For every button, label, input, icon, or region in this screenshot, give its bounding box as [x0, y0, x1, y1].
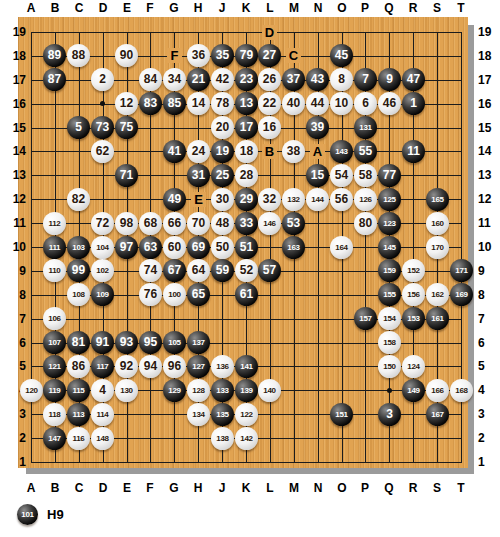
stone-J12: 30: [211, 188, 234, 211]
stone-H9: 64: [187, 259, 210, 282]
stone-F5: 94: [139, 355, 162, 378]
coord-label-left: 15: [1, 121, 26, 135]
stone-J15: 20: [211, 116, 234, 139]
stone-P13: 58: [354, 164, 377, 187]
stone-G6: 105: [163, 331, 186, 354]
stone-D11: 72: [91, 212, 114, 235]
coord-label-bottom: Q: [379, 481, 399, 495]
coord-label-right: 5: [478, 359, 485, 373]
stone-G16: 85: [163, 92, 186, 115]
stone-P15: 131: [354, 116, 377, 139]
stone-K4: 139: [235, 379, 258, 402]
stone-S3: 167: [426, 403, 449, 426]
coord-label-right: 16: [478, 97, 491, 111]
stone-D5: 117: [91, 355, 114, 378]
coord-label-bottom: R: [403, 481, 423, 495]
stone-C9: 99: [67, 259, 90, 282]
stone-H17: 21: [187, 68, 210, 91]
stone-D10: 104: [91, 236, 114, 259]
coord-label-left: 7: [1, 312, 26, 326]
coord-label-top: G: [164, 1, 184, 15]
coord-label-top: P: [355, 1, 375, 15]
stone-J2: 138: [211, 427, 234, 450]
stone-T4: 168: [450, 379, 473, 402]
stone-S7: 161: [426, 307, 449, 330]
stone-D9: 102: [91, 259, 114, 282]
coord-label-right: 3: [478, 407, 485, 421]
grid-line-horizontal: [31, 462, 462, 463]
stone-R7: 153: [402, 307, 425, 330]
caption-move-stone: 101: [17, 504, 38, 525]
stone-Q11: 123: [378, 212, 401, 235]
stone-B17: 87: [43, 68, 66, 91]
stone-G11: 66: [163, 212, 186, 235]
coord-label-left: 8: [1, 288, 26, 302]
stone-S10: 170: [426, 236, 449, 259]
coord-label-left: 18: [1, 49, 26, 63]
stone-Q7: 154: [378, 307, 401, 330]
stone-D3: 114: [91, 403, 114, 426]
stone-L17: 26: [258, 68, 281, 91]
coord-label-right: 2: [478, 431, 485, 445]
stone-H8: 65: [187, 283, 210, 306]
coord-label-bottom: P: [355, 481, 375, 495]
coord-label-bottom: K: [236, 481, 256, 495]
board-layer: AABBCCDDEEFFGGHHJJKKLLMMNNOOPPQQRRSSTT19…: [0, 0, 500, 537]
coord-label-right: 18: [478, 49, 491, 63]
coord-label-bottom: O: [332, 481, 352, 495]
stone-Q5: 150: [378, 355, 401, 378]
coord-label-right: 14: [478, 144, 491, 158]
stone-N13: 15: [306, 164, 329, 187]
stone-F17: 84: [139, 68, 162, 91]
stone-M12: 132: [282, 188, 305, 211]
stone-A4: 120: [20, 379, 43, 402]
coord-label-top: K: [236, 1, 256, 15]
coord-label-top: T: [451, 1, 471, 15]
stone-K16: 13: [235, 92, 258, 115]
stone-J16: 78: [211, 92, 234, 115]
coord-label-left: 11: [1, 216, 26, 230]
stone-C12: 82: [67, 188, 90, 211]
coord-label-left: 5: [1, 359, 26, 373]
stone-D8: 109: [91, 283, 114, 306]
stone-Q12: 125: [378, 188, 401, 211]
stone-D17: 2: [91, 68, 114, 91]
letter-marker-F: F: [167, 48, 182, 63]
coord-label-right: 7: [478, 312, 485, 326]
coord-label-top: N: [308, 1, 328, 15]
stone-D4: 4: [91, 379, 114, 402]
stone-G10: 60: [163, 236, 186, 259]
stone-L4: 140: [258, 379, 281, 402]
stone-F9: 74: [139, 259, 162, 282]
coord-label-left: 9: [1, 264, 26, 278]
caption: 101 H9: [17, 503, 64, 525]
stone-O13: 54: [330, 164, 353, 187]
stone-O10: 164: [330, 236, 353, 259]
stone-R8: 156: [402, 283, 425, 306]
stone-K10: 51: [235, 236, 258, 259]
stone-B10: 111: [43, 236, 66, 259]
letter-marker-B: B: [262, 144, 277, 159]
coord-label-left: 6: [1, 336, 26, 350]
coord-label-bottom: T: [451, 481, 471, 495]
stone-O3: 151: [330, 403, 353, 426]
stone-P11: 80: [354, 212, 377, 235]
stone-C4: 115: [67, 379, 90, 402]
coord-label-top: O: [332, 1, 352, 15]
stone-P17: 7: [354, 68, 377, 91]
stone-K9: 52: [235, 259, 258, 282]
stone-H6: 137: [187, 331, 210, 354]
coord-label-right: 9: [478, 264, 485, 278]
coord-label-right: 11: [478, 216, 491, 230]
stone-J18: 35: [211, 44, 234, 67]
stone-O12: 56: [330, 188, 353, 211]
coord-label-right: 12: [478, 192, 491, 206]
coord-label-bottom: H: [188, 481, 208, 495]
coord-label-bottom: D: [93, 481, 113, 495]
coord-label-top: S: [427, 1, 447, 15]
coord-label-top: H: [188, 1, 208, 15]
coord-label-left: 10: [1, 240, 26, 254]
stone-B4: 119: [43, 379, 66, 402]
stone-B5: 121: [43, 355, 66, 378]
coord-label-left: 3: [1, 407, 26, 421]
stone-H13: 31: [187, 164, 210, 187]
stone-F11: 68: [139, 212, 162, 235]
stone-K11: 33: [235, 212, 258, 235]
stone-M17: 37: [282, 68, 305, 91]
stone-R4: 149: [402, 379, 425, 402]
stone-P14: 55: [354, 140, 377, 163]
stone-E6: 93: [115, 331, 138, 354]
stone-T9: 171: [450, 259, 473, 282]
coord-label-bottom: S: [427, 481, 447, 495]
stone-G8: 100: [163, 283, 186, 306]
stone-Q8: 155: [378, 283, 401, 306]
stone-J3: 135: [211, 403, 234, 426]
stone-Q9: 159: [378, 259, 401, 282]
stone-N16: 44: [306, 92, 329, 115]
stone-K12: 29: [235, 188, 258, 211]
stone-K15: 17: [235, 116, 258, 139]
stone-M11: 53: [282, 212, 305, 235]
stone-E18: 90: [115, 44, 138, 67]
stone-B11: 112: [43, 212, 66, 235]
stone-G9: 67: [163, 259, 186, 282]
coord-label-top: E: [117, 1, 137, 15]
stone-Q13: 77: [378, 164, 401, 187]
stone-D15: 73: [91, 116, 114, 139]
stone-H5: 127: [187, 355, 210, 378]
coord-label-right: 1: [478, 455, 485, 469]
coord-label-right: 8: [478, 288, 485, 302]
coord-label-right: 4: [478, 383, 485, 397]
stone-H11: 70: [187, 212, 210, 235]
stone-E13: 71: [115, 164, 138, 187]
stone-P7: 157: [354, 307, 377, 330]
coord-label-bottom: F: [140, 481, 160, 495]
coord-label-top: J: [212, 1, 232, 15]
stone-G12: 49: [163, 188, 186, 211]
stone-N12: 144: [306, 188, 329, 211]
stone-P12: 126: [354, 188, 377, 211]
stone-L9: 57: [258, 259, 281, 282]
stone-R16: 1: [402, 92, 425, 115]
stone-E5: 92: [115, 355, 138, 378]
stone-B9: 110: [43, 259, 66, 282]
stone-D2: 148: [91, 427, 114, 450]
stone-G14: 41: [163, 140, 186, 163]
coord-label-left: 14: [1, 144, 26, 158]
coord-label-left: 2: [1, 431, 26, 445]
stone-H10: 69: [187, 236, 210, 259]
coord-label-bottom: L: [260, 481, 280, 495]
stone-J5: 136: [211, 355, 234, 378]
stone-S11: 160: [426, 212, 449, 235]
stone-C6: 81: [67, 331, 90, 354]
stone-Q6: 158: [378, 331, 401, 354]
stone-D6: 91: [91, 331, 114, 354]
stone-E15: 75: [115, 116, 138, 139]
stone-L15: 16: [258, 116, 281, 139]
coord-label-left: 16: [1, 97, 26, 111]
stone-B18: 89: [43, 44, 66, 67]
stone-L18: 27: [258, 44, 281, 67]
stone-K17: 23: [235, 68, 258, 91]
stone-B3: 118: [43, 403, 66, 426]
stone-E10: 97: [115, 236, 138, 259]
stone-K5: 141: [235, 355, 258, 378]
stone-B6: 107: [43, 331, 66, 354]
stone-M16: 40: [282, 92, 305, 115]
stone-J14: 19: [211, 140, 234, 163]
coord-label-bottom: G: [164, 481, 184, 495]
coord-label-bottom: J: [212, 481, 232, 495]
stone-H14: 24: [187, 140, 210, 163]
letter-marker-A: A: [310, 144, 325, 159]
stone-O18: 45: [330, 44, 353, 67]
stone-L12: 32: [258, 188, 281, 211]
stone-Q17: 9: [378, 68, 401, 91]
stone-K18: 79: [235, 44, 258, 67]
stone-C3: 113: [67, 403, 90, 426]
stone-H3: 134: [187, 403, 210, 426]
coord-label-bottom: B: [45, 481, 65, 495]
coord-label-top: F: [140, 1, 160, 15]
stone-J13: 25: [211, 164, 234, 187]
coord-label-right: 6: [478, 336, 485, 350]
letter-marker-C: C: [286, 48, 301, 63]
letter-marker-E: E: [191, 192, 206, 207]
coord-label-bottom: C: [69, 481, 89, 495]
stone-K2: 142: [235, 427, 258, 450]
stone-E16: 12: [115, 92, 138, 115]
star-point-D16: [100, 101, 105, 106]
coord-label-right: 15: [478, 121, 491, 135]
stone-K13: 28: [235, 164, 258, 187]
stone-K14: 18: [235, 140, 258, 163]
coord-label-bottom: A: [21, 481, 41, 495]
stone-L11: 146: [258, 212, 281, 235]
stone-F16: 83: [139, 92, 162, 115]
stone-Q3: 3: [378, 403, 401, 426]
stone-M10: 163: [282, 236, 305, 259]
stone-E11: 98: [115, 212, 138, 235]
stone-C18: 88: [67, 44, 90, 67]
stone-R5: 124: [402, 355, 425, 378]
coord-label-left: 13: [1, 168, 26, 182]
stone-J9: 59: [211, 259, 234, 282]
coord-label-bottom: N: [308, 481, 328, 495]
coord-label-left: 19: [1, 25, 26, 39]
coord-label-top: B: [45, 1, 65, 15]
stone-Q16: 46: [378, 92, 401, 115]
stone-R14: 11: [402, 140, 425, 163]
stone-C2: 116: [67, 427, 90, 450]
stone-N15: 39: [306, 116, 329, 139]
stone-G4: 129: [163, 379, 186, 402]
coord-label-top: M: [284, 1, 304, 15]
stone-P16: 6: [354, 92, 377, 115]
stone-C10: 103: [67, 236, 90, 259]
stone-L16: 22: [258, 92, 281, 115]
letter-marker-D: D: [262, 25, 277, 40]
coord-label-right: 13: [478, 168, 491, 182]
stone-F8: 76: [139, 283, 162, 306]
stone-H4: 128: [187, 379, 210, 402]
stone-C8: 108: [67, 283, 90, 306]
stone-J10: 50: [211, 236, 234, 259]
stone-H18: 36: [187, 44, 210, 67]
stone-G5: 96: [163, 355, 186, 378]
coord-label-top: C: [69, 1, 89, 15]
stone-S8: 162: [426, 283, 449, 306]
coord-label-bottom: E: [117, 481, 137, 495]
coord-label-top: R: [403, 1, 423, 15]
stone-F6: 95: [139, 331, 162, 354]
stone-B7: 106: [43, 307, 66, 330]
coord-label-left: 1: [1, 455, 26, 469]
stone-F10: 63: [139, 236, 162, 259]
stone-M14: 38: [282, 140, 305, 163]
stone-K8: 61: [235, 283, 258, 306]
stone-O14: 143: [330, 140, 353, 163]
stone-J4: 133: [211, 379, 234, 402]
stone-J11: 48: [211, 212, 234, 235]
stone-R17: 47: [402, 68, 425, 91]
coord-label-bottom: M: [284, 481, 304, 495]
stone-N17: 43: [306, 68, 329, 91]
coord-label-right: 17: [478, 73, 491, 87]
coord-label-top: L: [260, 1, 280, 15]
stone-B2: 147: [43, 427, 66, 450]
coord-label-left: 17: [1, 73, 26, 87]
star-point-Q4: [387, 388, 392, 393]
stone-T8: 169: [450, 283, 473, 306]
stone-K3: 122: [235, 403, 258, 426]
coord-label-left: 12: [1, 192, 26, 206]
coord-label-right: 19: [478, 25, 491, 39]
stone-Q10: 145: [378, 236, 401, 259]
coord-label-top: D: [93, 1, 113, 15]
coord-label-right: 10: [478, 240, 491, 254]
stone-J17: 42: [211, 68, 234, 91]
stone-G17: 34: [163, 68, 186, 91]
caption-move-point: H9: [47, 507, 64, 522]
go-kifu-diagram: AABBCCDDEEFFGGHHJJKKLLMMNNOOPPQQRRSSTT19…: [0, 0, 500, 537]
coord-label-top: Q: [379, 1, 399, 15]
stone-C5: 86: [67, 355, 90, 378]
stone-S12: 165: [426, 188, 449, 211]
stone-E4: 130: [115, 379, 138, 402]
coord-label-top: A: [21, 1, 41, 15]
stone-O17: 8: [330, 68, 353, 91]
stone-R9: 152: [402, 259, 425, 282]
stone-H16: 14: [187, 92, 210, 115]
stone-O16: 10: [330, 92, 353, 115]
stone-D14: 62: [91, 140, 114, 163]
stone-C15: 5: [67, 116, 90, 139]
stone-S4: 166: [426, 379, 449, 402]
